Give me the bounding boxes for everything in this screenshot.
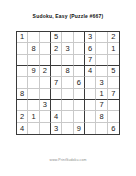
sudoku-cell-r3c5 <box>62 55 73 66</box>
sudoku-cell-r7c8: 7 <box>96 100 107 111</box>
sudoku-cell-r1c3 <box>40 32 51 43</box>
sudoku-cell-r1c8 <box>96 32 107 43</box>
sudoku-cell-r4c9: 5 <box>108 66 119 77</box>
sudoku-cell-r3c9 <box>108 55 119 66</box>
sudoku-cell-r8c5 <box>62 111 73 122</box>
sudoku-cell-r8c8: 8 <box>96 111 107 122</box>
sudoku-cell-r9c7 <box>85 123 96 134</box>
sudoku-cell-r6c9: 7 <box>108 89 119 100</box>
sudoku-cell-r9c6: 9 <box>74 123 85 134</box>
sudoku-cell-r1c6 <box>74 32 85 43</box>
sudoku-cell-r8c7 <box>85 111 96 122</box>
sudoku-cell-r7c4 <box>51 100 62 111</box>
sudoku-cell-r1c1: 1 <box>17 32 28 43</box>
sudoku-cell-r4c7: 4 <box>85 66 96 77</box>
sudoku-cell-r6c7 <box>85 89 96 100</box>
sudoku-cell-r6c3 <box>40 89 51 100</box>
sudoku-cell-r1c7: 3 <box>85 32 96 43</box>
puzzle-title: Sudoku, Easy (Puzzle #667) <box>0 13 136 20</box>
sudoku-cell-r4c4 <box>51 66 62 77</box>
sudoku-cell-r9c8 <box>96 123 107 134</box>
sudoku-cell-r2c6 <box>74 43 85 54</box>
sudoku-cell-r8c1: 2 <box>17 111 28 122</box>
sudoku-cell-r2c2: 8 <box>28 43 39 54</box>
sudoku-cell-r5c5 <box>62 77 73 88</box>
sudoku-cell-r4c5: 8 <box>62 66 73 77</box>
sudoku-grid: 1532823617928457638173721484396 <box>16 31 120 135</box>
sudoku-cell-r5c6: 6 <box>74 77 85 88</box>
sudoku-cell-r3c8 <box>96 55 107 66</box>
sudoku-cell-r6c1: 8 <box>17 89 28 100</box>
sudoku-cell-r3c2 <box>28 55 39 66</box>
sudoku-cell-r5c2 <box>28 77 39 88</box>
sudoku-page: Sudoku, Easy (Puzzle #667) 1532823617928… <box>0 0 136 176</box>
sudoku-cell-r9c5 <box>62 123 73 134</box>
sudoku-cell-r2c5: 3 <box>62 43 73 54</box>
sudoku-cell-r3c3 <box>40 55 51 66</box>
sudoku-cell-r7c3: 3 <box>40 100 51 111</box>
sudoku-cell-r5c7 <box>85 77 96 88</box>
sudoku-cell-r7c5 <box>62 100 73 111</box>
sudoku-cell-r4c1 <box>17 66 28 77</box>
sudoku-cell-r2c3 <box>40 43 51 54</box>
sudoku-cell-r4c3: 2 <box>40 66 51 77</box>
sudoku-cell-r8c4: 4 <box>51 111 62 122</box>
sudoku-cell-r2c8 <box>96 43 107 54</box>
sudoku-cell-r7c7 <box>85 100 96 111</box>
sudoku-cell-r2c1 <box>17 43 28 54</box>
sudoku-cell-r3c1 <box>17 55 28 66</box>
sudoku-cell-r5c4: 7 <box>51 77 62 88</box>
sudoku-cell-r6c2 <box>28 89 39 100</box>
sudoku-cell-r8c3 <box>40 111 51 122</box>
sudoku-cell-r5c9 <box>108 77 119 88</box>
sudoku-cell-r3c4 <box>51 55 62 66</box>
sudoku-cell-r7c2 <box>28 100 39 111</box>
sudoku-cell-r2c7: 6 <box>85 43 96 54</box>
sudoku-cell-r9c3 <box>40 123 51 134</box>
sudoku-cell-r5c1 <box>17 77 28 88</box>
sudoku-cell-r6c4 <box>51 89 62 100</box>
sudoku-cell-r1c2 <box>28 32 39 43</box>
sudoku-cell-r6c8: 1 <box>96 89 107 100</box>
sudoku-cell-r9c4: 3 <box>51 123 62 134</box>
sudoku-cell-r3c7: 7 <box>85 55 96 66</box>
sudoku-cell-r8c6 <box>74 111 85 122</box>
sudoku-cell-r4c8 <box>96 66 107 77</box>
sudoku-cell-r1c5 <box>62 32 73 43</box>
sudoku-cell-r5c8: 3 <box>96 77 107 88</box>
sudoku-cell-r6c5 <box>62 89 73 100</box>
sudoku-cell-r5c3 <box>40 77 51 88</box>
footer-url: www.PrintSudoku.com <box>0 158 136 163</box>
sudoku-cell-r6c6 <box>74 89 85 100</box>
sudoku-cell-r2c4: 2 <box>51 43 62 54</box>
sudoku-cell-r9c1: 4 <box>17 123 28 134</box>
sudoku-cell-r1c4: 5 <box>51 32 62 43</box>
sudoku-cell-r4c6 <box>74 66 85 77</box>
sudoku-cell-r4c2: 9 <box>28 66 39 77</box>
sudoku-cell-r3c6 <box>74 55 85 66</box>
sudoku-cell-r7c1 <box>17 100 28 111</box>
sudoku-cell-r7c9 <box>108 100 119 111</box>
sudoku-cell-r9c2 <box>28 123 39 134</box>
sudoku-cell-r1c9: 2 <box>108 32 119 43</box>
sudoku-cell-r2c9: 1 <box>108 43 119 54</box>
sudoku-cell-r8c2: 1 <box>28 111 39 122</box>
sudoku-cell-r7c6 <box>74 100 85 111</box>
sudoku-cell-r9c9: 6 <box>108 123 119 134</box>
sudoku-cell-r8c9 <box>108 111 119 122</box>
